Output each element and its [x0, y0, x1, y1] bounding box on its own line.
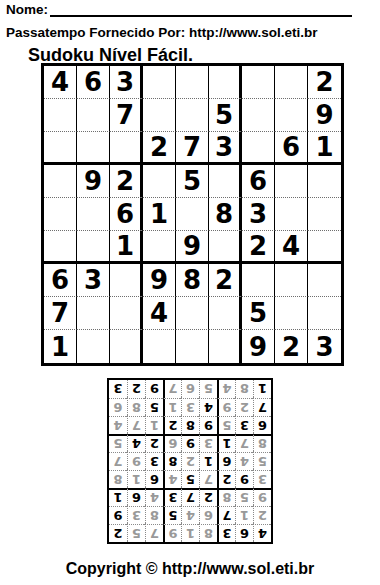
cell-r9c2[interactable]: [77, 330, 110, 363]
cell-r7c5: 8: [176, 264, 209, 297]
sol-r8c6: 1: [163, 398, 181, 416]
sol-r5c8: 9: [127, 452, 145, 470]
sol-r6c1: 8: [253, 434, 271, 452]
cell-r9c4[interactable]: [143, 330, 176, 363]
cell-r3c5: 7: [176, 132, 209, 165]
sol-r4c7: 6: [145, 470, 163, 488]
sol-r6c4: 3: [199, 434, 217, 452]
cell-r7c8[interactable]: [275, 264, 308, 297]
sol-r3c4: 2: [199, 488, 217, 506]
cell-r4c5: 5: [176, 165, 209, 198]
cell-r7c3[interactable]: [110, 264, 143, 297]
header: Nome: Passatempo Fornecido Por: http://w…: [6, 3, 380, 66]
sol-r1c2: 6: [235, 524, 253, 542]
sol-r6c8: 4: [127, 434, 145, 452]
cell-r7c6: 2: [209, 264, 242, 297]
cell-r8c8[interactable]: [275, 297, 308, 330]
sol-r8c5: 3: [181, 398, 199, 416]
cell-r6c6[interactable]: [209, 231, 242, 264]
cell-r1c9: 2: [308, 66, 341, 99]
sol-r5c6: 8: [163, 452, 181, 470]
sol-r9c9: 3: [109, 380, 127, 398]
cell-r3c8: 6: [275, 132, 308, 165]
cell-r4c9[interactable]: [308, 165, 341, 198]
cell-r3c9: 1: [308, 132, 341, 165]
cell-r1c5[interactable]: [176, 66, 209, 99]
sol-r5c3: 6: [217, 452, 235, 470]
sol-r1c8: 5: [127, 524, 145, 542]
sol-r9c1: 1: [253, 380, 271, 398]
cell-r3c4: 2: [143, 132, 176, 165]
sol-r3c1: 9: [253, 488, 271, 506]
cell-r2c7[interactable]: [242, 99, 275, 132]
cell-r9c8: 2: [275, 330, 308, 363]
sol-r9c6: 7: [163, 380, 181, 398]
cell-r1c2: 6: [77, 66, 110, 99]
sol-r2c9: 9: [109, 506, 127, 524]
cell-r4c6[interactable]: [209, 165, 242, 198]
cell-r5c7: 3: [242, 198, 275, 231]
cell-r8c4: 4: [143, 297, 176, 330]
sol-r6c5: 9: [181, 434, 199, 452]
cell-r5c6: 8: [209, 198, 242, 231]
sol-r3c3: 8: [217, 488, 235, 506]
cell-r4c8[interactable]: [275, 165, 308, 198]
name-row: Nome:: [6, 3, 380, 17]
cell-r6c4[interactable]: [143, 231, 176, 264]
sol-r3c5: 7: [181, 488, 199, 506]
sol-r6c3: 1: [217, 434, 235, 452]
sol-r1c3: 3: [217, 524, 235, 542]
cell-r4c1[interactable]: [44, 165, 77, 198]
sol-r4c5: 5: [181, 470, 199, 488]
cell-r8c6[interactable]: [209, 297, 242, 330]
cell-r9c5[interactable]: [176, 330, 209, 363]
sol-r1c9: 2: [109, 524, 127, 542]
sol-r7c5: 8: [181, 416, 199, 434]
cell-r4c2: 9: [77, 165, 110, 198]
cell-r6c1[interactable]: [44, 231, 77, 264]
sol-r7c8: 7: [127, 416, 145, 434]
page: Nome: Passatempo Fornecido Por: http://w…: [0, 0, 380, 585]
cell-r2c5[interactable]: [176, 99, 209, 132]
cell-r3c1[interactable]: [44, 132, 77, 165]
cell-r5c3: 6: [110, 198, 143, 231]
sol-r5c5: 2: [181, 452, 199, 470]
sol-r2c8: 3: [127, 506, 145, 524]
cell-r3c3[interactable]: [110, 132, 143, 165]
sol-r5c7: 3: [145, 452, 163, 470]
sol-r1c7: 7: [145, 524, 163, 542]
sol-r8c3: 9: [217, 398, 235, 416]
sol-r6c9: 5: [109, 434, 127, 452]
sol-r5c2: 4: [235, 452, 253, 470]
puzzle-grid: 463275927361925661831924639827451923: [41, 63, 344, 366]
sol-r6c2: 7: [235, 434, 253, 452]
cell-r3c7[interactable]: [242, 132, 275, 165]
cell-r7c9[interactable]: [308, 264, 341, 297]
cell-r3c6: 3: [209, 132, 242, 165]
cell-r9c6[interactable]: [209, 330, 242, 363]
cell-r8c9[interactable]: [308, 297, 341, 330]
sol-r1c1: 4: [253, 524, 271, 542]
sol-r8c2: 2: [235, 398, 253, 416]
sol-r9c4: 5: [199, 380, 217, 398]
sol-r1c4: 8: [199, 524, 217, 542]
sol-r7c9: 4: [109, 416, 127, 434]
cell-r6c2[interactable]: [77, 231, 110, 264]
cell-r2c6: 5: [209, 99, 242, 132]
sol-r4c9: 8: [109, 470, 127, 488]
sol-r2c6: 5: [163, 506, 181, 524]
sol-r8c9: 6: [109, 398, 127, 416]
cell-r5c5[interactable]: [176, 198, 209, 231]
sol-r3c2: 5: [235, 488, 253, 506]
sol-r5c4: 1: [199, 452, 217, 470]
sol-r7c1: 6: [253, 416, 271, 434]
cell-r7c2: 3: [77, 264, 110, 297]
cell-r8c2[interactable]: [77, 297, 110, 330]
cell-r2c9: 9: [308, 99, 341, 132]
sol-r2c1: 2: [253, 506, 271, 524]
cell-r5c4: 1: [143, 198, 176, 231]
sol-r2c4: 6: [199, 506, 217, 524]
sol-r2c5: 4: [181, 506, 199, 524]
sol-r4c6: 4: [163, 470, 181, 488]
sol-r9c8: 2: [127, 380, 145, 398]
sol-r7c7: 1: [145, 416, 163, 434]
cell-r7c4: 9: [143, 264, 176, 297]
cell-r2c8[interactable]: [275, 99, 308, 132]
cell-r4c3: 2: [110, 165, 143, 198]
sol-r3c9: 1: [109, 488, 127, 506]
sol-r7c4: 9: [199, 416, 217, 434]
cell-r8c1: 7: [44, 297, 77, 330]
sol-r2c3: 7: [217, 506, 235, 524]
name-label: Nome:: [6, 3, 48, 17]
sol-r4c3: 2: [217, 470, 235, 488]
sol-r6c6: 6: [163, 434, 181, 452]
cell-r9c1: 1: [44, 330, 77, 363]
sol-r4c4: 7: [199, 470, 217, 488]
sol-r3c8: 6: [127, 488, 145, 506]
cell-r1c1: 4: [44, 66, 77, 99]
cell-r6c9[interactable]: [308, 231, 341, 264]
sol-r8c8: 8: [127, 398, 145, 416]
sol-r4c8: 1: [127, 470, 145, 488]
cell-r1c4[interactable]: [143, 66, 176, 99]
sol-r3c6: 3: [163, 488, 181, 506]
name-blank-line: [50, 3, 352, 17]
cell-r6c5: 9: [176, 231, 209, 264]
cell-r1c3: 3: [110, 66, 143, 99]
sol-r8c1: 7: [253, 398, 271, 416]
sol-r9c7: 9: [145, 380, 163, 398]
cell-r5c2[interactable]: [77, 198, 110, 231]
cell-r5c8[interactable]: [275, 198, 308, 231]
sol-r1c5: 1: [181, 524, 199, 542]
sol-r2c7: 8: [145, 506, 163, 524]
cell-r8c3[interactable]: [110, 297, 143, 330]
cell-r3c2[interactable]: [77, 132, 110, 165]
sol-r9c2: 8: [235, 380, 253, 398]
sol-r1c6: 9: [163, 524, 181, 542]
cell-r1c8[interactable]: [275, 66, 308, 99]
sol-r7c3: 5: [217, 416, 235, 434]
cell-r9c3[interactable]: [110, 330, 143, 363]
sol-r7c2: 3: [235, 416, 253, 434]
sol-r4c2: 9: [235, 470, 253, 488]
sol-r9c5: 6: [181, 380, 199, 398]
cell-r8c7: 5: [242, 297, 275, 330]
sol-r5c9: 7: [109, 452, 127, 470]
cell-r7c1: 6: [44, 264, 77, 297]
copyright: Copyright © http://www.sol.eti.br: [0, 560, 380, 578]
cell-r2c4[interactable]: [143, 99, 176, 132]
cell-r6c3: 1: [110, 231, 143, 264]
cell-r9c9: 3: [308, 330, 341, 363]
sol-r8c4: 4: [199, 398, 217, 416]
cell-r2c2[interactable]: [77, 99, 110, 132]
cell-r6c7: 2: [242, 231, 275, 264]
cell-r5c1[interactable]: [44, 198, 77, 231]
cell-r5c9[interactable]: [308, 198, 341, 231]
sol-r5c1: 5: [253, 452, 271, 470]
cell-r2c3: 7: [110, 99, 143, 132]
sol-r9c3: 4: [217, 380, 235, 398]
cell-r4c7: 6: [242, 165, 275, 198]
sol-r3c7: 4: [145, 488, 163, 506]
solution-grid: 4638197522176458399582734613927546185461…: [107, 378, 273, 544]
cell-r6c8: 4: [275, 231, 308, 264]
cell-r1c7[interactable]: [242, 66, 275, 99]
cell-r4c4[interactable]: [143, 165, 176, 198]
cell-r8c5[interactable]: [176, 297, 209, 330]
cell-r9c7: 9: [242, 330, 275, 363]
cell-r7c7[interactable]: [242, 264, 275, 297]
provider-line: Passatempo Fornecido Por: http://www.sol…: [6, 25, 380, 40]
sol-r4c1: 3: [253, 470, 271, 488]
sol-r7c6: 2: [163, 416, 181, 434]
cell-r1c6[interactable]: [209, 66, 242, 99]
sol-r2c2: 1: [235, 506, 253, 524]
cell-r2c1[interactable]: [44, 99, 77, 132]
sol-r8c7: 5: [145, 398, 163, 416]
sol-r6c7: 2: [145, 434, 163, 452]
